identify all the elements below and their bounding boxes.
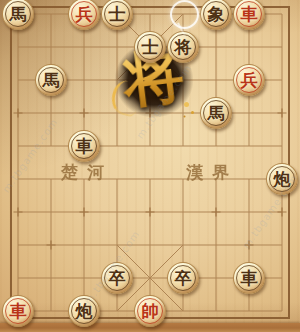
piece-glyph: 車 [241, 5, 258, 22]
piece-black-士[interactable]: 士 [101, 0, 133, 30]
piece-glyph: 馬 [10, 5, 27, 22]
piece-black-馬[interactable]: 馬 [35, 64, 67, 96]
piece-glyph: 帥 [142, 302, 159, 319]
piece-glyph: 兵 [76, 5, 93, 22]
piece-red-車[interactable]: 車 [2, 295, 34, 327]
piece-black-炮[interactable]: 炮 [266, 163, 298, 195]
piece-red-帥[interactable]: 帥 [134, 295, 166, 327]
piece-black-馬[interactable]: 馬 [200, 97, 232, 129]
piece-black-馬[interactable]: 馬 [2, 0, 34, 30]
piece-glyph: 将 [175, 38, 192, 55]
pieces-layer[interactable]: 馬兵士象車士将馬兵馬車炮卒卒車車炮帥 [2, 0, 299, 328]
piece-black-卒[interactable]: 卒 [167, 262, 199, 294]
piece-glyph: 士 [142, 38, 159, 55]
piece-black-車[interactable]: 車 [233, 262, 265, 294]
piece-black-車[interactable]: 車 [68, 130, 100, 162]
piece-black-炮[interactable]: 炮 [68, 295, 100, 327]
piece-black-卒[interactable]: 卒 [101, 262, 133, 294]
piece-black-士[interactable]: 士 [134, 31, 166, 63]
piece-red-兵[interactable]: 兵 [68, 0, 100, 30]
piece-glyph: 炮 [274, 170, 291, 187]
piece-glyph: 卒 [175, 269, 192, 286]
piece-glyph: 兵 [241, 71, 258, 88]
piece-glyph: 士 [109, 5, 126, 22]
piece-red-兵[interactable]: 兵 [233, 64, 265, 96]
xiangqi-board-screen: 楚河 漢界 将 馬兵士象車士将馬兵馬車炮卒卒車車炮帥 m.tbgame.com … [0, 0, 300, 332]
last-move-ring-indicator [170, 0, 199, 29]
piece-black-象[interactable]: 象 [200, 0, 232, 30]
piece-glyph: 車 [241, 269, 258, 286]
piece-glyph: 象 [208, 5, 225, 22]
piece-glyph: 馬 [43, 71, 60, 88]
piece-glyph: 炮 [76, 302, 93, 319]
piece-glyph: 卒 [109, 269, 126, 286]
piece-red-車[interactable]: 車 [233, 0, 265, 30]
piece-glyph: 車 [76, 137, 93, 154]
piece-glyph: 車 [10, 302, 27, 319]
piece-glyph: 馬 [208, 104, 225, 121]
